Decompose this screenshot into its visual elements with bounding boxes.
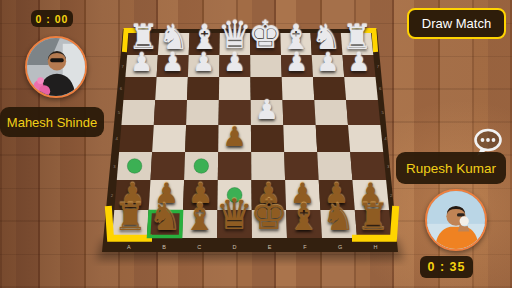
piece-brown-n-b1[interactable]: ♞ — [148, 199, 182, 237]
player-right-timer: 0 : 35 — [420, 256, 473, 278]
file-label-D: D — [233, 244, 237, 250]
square-b6[interactable] — [155, 77, 188, 100]
square-g4[interactable] — [316, 125, 351, 152]
piece-brown-r-h1[interactable]: ♜ — [356, 199, 390, 237]
piece-silver-p-f7[interactable]: ♟ — [285, 50, 308, 76]
player-left-name: Mahesh Shinde — [0, 107, 104, 137]
player-right-photo — [427, 191, 485, 249]
square-f4[interactable] — [283, 125, 317, 152]
file-label-C: C — [197, 244, 201, 250]
square-g5[interactable] — [314, 100, 348, 125]
square-a6[interactable] — [123, 77, 156, 100]
file-label-A: A — [127, 244, 131, 250]
square-b5[interactable] — [154, 100, 187, 125]
square-h3[interactable] — [350, 152, 386, 180]
square-d6[interactable] — [219, 77, 251, 100]
player-left-avatar[interactable] — [25, 36, 87, 98]
player-left-photo — [27, 38, 85, 96]
square-b4[interactable] — [152, 125, 186, 152]
square-a5[interactable] — [121, 100, 155, 125]
square-h5[interactable] — [346, 100, 380, 125]
piece-silver-p-c7[interactable]: ♟ — [192, 50, 215, 76]
move-hint-a3[interactable] — [127, 159, 142, 174]
square-f5[interactable] — [283, 100, 316, 125]
square-h6[interactable] — [344, 77, 378, 100]
file-label-B: B — [162, 244, 166, 250]
file-label-H: H — [373, 244, 377, 250]
piece-silver-p-b7[interactable]: ♟ — [161, 50, 184, 76]
file-label-G: G — [338, 244, 342, 250]
move-hint-c3[interactable] — [194, 159, 209, 174]
piece-brown-b-c1[interactable]: ♝ — [183, 199, 217, 237]
square-g3[interactable] — [317, 152, 352, 180]
square-g6[interactable] — [313, 77, 346, 100]
square-e4[interactable] — [251, 125, 284, 152]
player-left-timer: 0 : 00 — [31, 10, 73, 27]
square-e7[interactable] — [250, 55, 282, 77]
piece-brown-n-g1[interactable]: ♞ — [322, 199, 356, 237]
square-f6[interactable] — [282, 77, 315, 100]
square-d3[interactable] — [218, 152, 252, 180]
square-f3[interactable] — [284, 152, 319, 180]
file-label-E: E — [268, 244, 272, 250]
piece-brown-r-a1[interactable]: ♜ — [114, 199, 148, 237]
player-right-name: Rupesh Kumar — [396, 152, 506, 184]
square-b3[interactable] — [151, 152, 186, 180]
square-e3[interactable] — [251, 152, 285, 180]
piece-silver-p-h7[interactable]: ♟ — [347, 50, 370, 76]
square-a4[interactable] — [119, 125, 154, 152]
piece-brown-k-e1[interactable]: ♚ — [250, 194, 288, 236]
piece-brown-q-d1[interactable]: ♛ — [216, 194, 254, 236]
piece-silver-p-e5[interactable]: ♟ — [255, 97, 279, 124]
piece-brown-b-f1[interactable]: ♝ — [287, 199, 321, 237]
piece-silver-p-g7[interactable]: ♟ — [316, 50, 339, 76]
piece-silver-p-d7[interactable]: ♟ — [223, 50, 246, 76]
game-screen: ABCDEFGH8877665544332211 ♜♞♝♛♚♝♞♜♟♟♟♟♟♟♟… — [0, 0, 512, 288]
square-c5[interactable] — [186, 100, 219, 125]
piece-silver-p-a7[interactable]: ♟ — [130, 50, 153, 76]
square-c4[interactable] — [185, 125, 218, 152]
square-h4[interactable] — [348, 125, 383, 152]
piece-silver-k-e8[interactable]: ♚ — [248, 16, 282, 54]
piece-brown-p-d4[interactable]: ♟ — [223, 123, 247, 150]
player-right-avatar[interactable] — [425, 189, 487, 251]
draw-match-button[interactable]: Draw Match — [407, 8, 506, 39]
square-c6[interactable] — [187, 77, 219, 100]
